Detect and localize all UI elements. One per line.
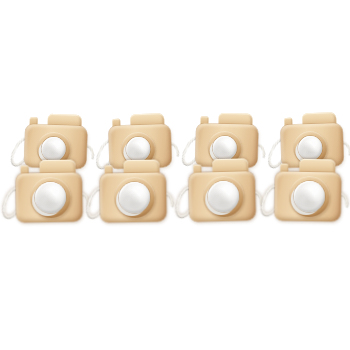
toy-camera-1-front — [15, 159, 82, 222]
toy-camera-2-front — [99, 159, 166, 222]
toy-camera-3-front — [188, 158, 256, 222]
product-photo-scene — [0, 0, 350, 350]
toy-camera-4-front — [274, 158, 341, 221]
